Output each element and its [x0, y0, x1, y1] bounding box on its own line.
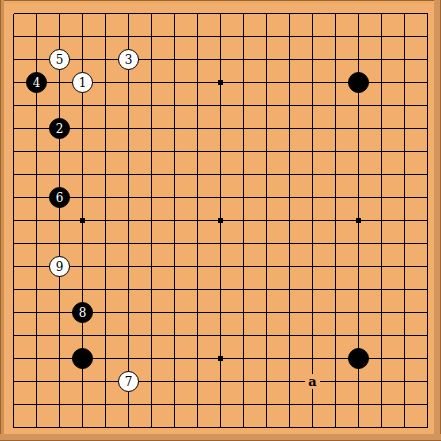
intersection[interactable]	[232, 416, 255, 439]
intersection[interactable]	[71, 117, 94, 140]
intersection[interactable]	[370, 393, 393, 416]
intersection[interactable]	[117, 186, 140, 209]
intersection[interactable]	[186, 347, 209, 370]
intersection[interactable]	[301, 232, 324, 255]
intersection[interactable]	[186, 48, 209, 71]
intersection[interactable]	[347, 94, 370, 117]
intersection[interactable]	[255, 71, 278, 94]
intersection[interactable]	[94, 209, 117, 232]
intersection[interactable]	[255, 324, 278, 347]
intersection[interactable]	[232, 347, 255, 370]
intersection[interactable]	[278, 140, 301, 163]
intersection[interactable]	[324, 255, 347, 278]
intersection[interactable]	[301, 2, 324, 25]
intersection[interactable]	[255, 94, 278, 117]
intersection[interactable]	[255, 186, 278, 209]
intersection[interactable]	[140, 416, 163, 439]
intersection[interactable]	[117, 2, 140, 25]
intersection[interactable]	[25, 393, 48, 416]
intersection[interactable]	[25, 209, 48, 232]
intersection[interactable]	[2, 94, 25, 117]
intersection[interactable]	[117, 255, 140, 278]
intersection[interactable]	[416, 48, 439, 71]
intersection[interactable]	[370, 25, 393, 48]
intersection[interactable]	[140, 370, 163, 393]
intersection[interactable]	[416, 370, 439, 393]
intersection[interactable]	[209, 163, 232, 186]
intersection[interactable]	[324, 163, 347, 186]
intersection[interactable]	[2, 301, 25, 324]
intersection[interactable]	[324, 393, 347, 416]
intersection[interactable]	[117, 278, 140, 301]
intersection[interactable]	[370, 48, 393, 71]
intersection[interactable]	[71, 94, 94, 117]
intersection[interactable]	[94, 117, 117, 140]
intersection[interactable]	[25, 347, 48, 370]
intersection[interactable]	[2, 232, 25, 255]
intersection[interactable]	[71, 255, 94, 278]
intersection[interactable]	[324, 25, 347, 48]
intersection[interactable]	[278, 416, 301, 439]
intersection[interactable]	[140, 301, 163, 324]
intersection[interactable]	[416, 2, 439, 25]
intersection[interactable]	[186, 209, 209, 232]
intersection[interactable]	[48, 232, 71, 255]
intersection[interactable]	[186, 2, 209, 25]
intersection[interactable]	[140, 186, 163, 209]
intersection[interactable]	[209, 255, 232, 278]
intersection[interactable]	[25, 255, 48, 278]
intersection[interactable]	[163, 255, 186, 278]
intersection[interactable]	[25, 301, 48, 324]
intersection[interactable]	[25, 163, 48, 186]
intersection[interactable]	[255, 255, 278, 278]
intersection[interactable]	[255, 416, 278, 439]
intersection[interactable]	[2, 278, 25, 301]
intersection[interactable]	[393, 301, 416, 324]
intersection[interactable]	[232, 25, 255, 48]
intersection[interactable]	[255, 25, 278, 48]
intersection[interactable]	[347, 324, 370, 347]
intersection[interactable]	[163, 301, 186, 324]
intersection[interactable]	[301, 416, 324, 439]
intersection[interactable]	[393, 2, 416, 25]
intersection[interactable]	[393, 324, 416, 347]
intersection[interactable]	[393, 163, 416, 186]
intersection[interactable]	[232, 393, 255, 416]
intersection[interactable]	[370, 324, 393, 347]
intersection[interactable]	[209, 324, 232, 347]
intersection[interactable]	[94, 163, 117, 186]
intersection[interactable]	[232, 278, 255, 301]
intersection[interactable]	[416, 278, 439, 301]
intersection[interactable]	[2, 25, 25, 48]
intersection[interactable]	[347, 25, 370, 48]
intersection[interactable]	[48, 370, 71, 393]
intersection[interactable]	[278, 370, 301, 393]
intersection[interactable]	[278, 324, 301, 347]
intersection[interactable]	[255, 48, 278, 71]
intersection[interactable]	[186, 94, 209, 117]
intersection[interactable]	[94, 416, 117, 439]
intersection[interactable]	[163, 2, 186, 25]
intersection[interactable]	[278, 301, 301, 324]
intersection[interactable]	[278, 25, 301, 48]
intersection[interactable]	[186, 71, 209, 94]
intersection[interactable]	[301, 94, 324, 117]
intersection[interactable]	[255, 347, 278, 370]
intersection[interactable]	[2, 347, 25, 370]
intersection[interactable]	[416, 140, 439, 163]
intersection[interactable]	[186, 232, 209, 255]
intersection[interactable]	[71, 278, 94, 301]
intersection[interactable]	[370, 255, 393, 278]
intersection[interactable]	[2, 48, 25, 71]
intersection[interactable]	[232, 71, 255, 94]
intersection[interactable]	[71, 25, 94, 48]
intersection[interactable]	[278, 393, 301, 416]
intersection[interactable]	[48, 163, 71, 186]
intersection[interactable]	[140, 117, 163, 140]
intersection[interactable]	[370, 140, 393, 163]
intersection[interactable]	[71, 140, 94, 163]
intersection[interactable]	[71, 370, 94, 393]
intersection[interactable]	[255, 163, 278, 186]
intersection[interactable]	[2, 416, 25, 439]
intersection[interactable]	[324, 347, 347, 370]
intersection[interactable]	[255, 209, 278, 232]
intersection[interactable]	[25, 186, 48, 209]
intersection[interactable]	[71, 393, 94, 416]
intersection[interactable]	[71, 232, 94, 255]
intersection[interactable]	[94, 25, 117, 48]
intersection[interactable]	[393, 94, 416, 117]
intersection[interactable]	[416, 117, 439, 140]
intersection[interactable]	[255, 278, 278, 301]
intersection[interactable]	[416, 163, 439, 186]
intersection[interactable]	[94, 94, 117, 117]
intersection[interactable]	[278, 186, 301, 209]
intersection[interactable]	[232, 301, 255, 324]
intersection[interactable]	[117, 347, 140, 370]
intersection[interactable]	[209, 232, 232, 255]
intersection[interactable]	[324, 416, 347, 439]
intersection[interactable]	[324, 301, 347, 324]
intersection[interactable]	[2, 393, 25, 416]
intersection[interactable]	[393, 278, 416, 301]
intersection[interactable]	[117, 94, 140, 117]
intersection[interactable]	[370, 186, 393, 209]
intersection[interactable]	[94, 232, 117, 255]
intersection[interactable]	[94, 140, 117, 163]
intersection[interactable]	[71, 2, 94, 25]
intersection[interactable]	[393, 48, 416, 71]
intersection[interactable]	[209, 416, 232, 439]
intersection[interactable]	[278, 163, 301, 186]
intersection[interactable]	[48, 347, 71, 370]
intersection[interactable]	[301, 393, 324, 416]
intersection[interactable]	[393, 71, 416, 94]
intersection[interactable]	[347, 232, 370, 255]
intersection[interactable]	[370, 163, 393, 186]
intersection[interactable]	[48, 25, 71, 48]
intersection[interactable]	[163, 347, 186, 370]
intersection[interactable]	[370, 71, 393, 94]
intersection[interactable]	[255, 232, 278, 255]
intersection[interactable]	[416, 393, 439, 416]
intersection[interactable]	[25, 324, 48, 347]
intersection[interactable]	[393, 416, 416, 439]
intersection[interactable]	[94, 2, 117, 25]
intersection[interactable]	[25, 370, 48, 393]
intersection[interactable]	[163, 416, 186, 439]
intersection[interactable]	[140, 347, 163, 370]
intersection[interactable]	[71, 186, 94, 209]
intersection[interactable]	[232, 209, 255, 232]
intersection[interactable]	[416, 71, 439, 94]
intersection[interactable]	[25, 48, 48, 71]
intersection[interactable]	[186, 393, 209, 416]
intersection[interactable]	[301, 278, 324, 301]
intersection[interactable]	[140, 324, 163, 347]
intersection[interactable]	[370, 347, 393, 370]
intersection[interactable]	[209, 278, 232, 301]
intersection[interactable]	[347, 48, 370, 71]
intersection[interactable]	[209, 370, 232, 393]
intersection[interactable]	[186, 416, 209, 439]
intersection[interactable]	[25, 94, 48, 117]
intersection[interactable]	[347, 301, 370, 324]
intersection[interactable]	[71, 48, 94, 71]
intersection[interactable]	[25, 117, 48, 140]
intersection[interactable]	[94, 370, 117, 393]
intersection[interactable]	[347, 140, 370, 163]
intersection[interactable]	[278, 2, 301, 25]
intersection[interactable]	[186, 163, 209, 186]
intersection[interactable]	[232, 324, 255, 347]
intersection[interactable]	[48, 278, 71, 301]
intersection[interactable]	[140, 278, 163, 301]
intersection[interactable]	[2, 370, 25, 393]
intersection[interactable]	[25, 232, 48, 255]
intersection[interactable]	[209, 393, 232, 416]
intersection[interactable]	[140, 25, 163, 48]
intersection[interactable]	[186, 186, 209, 209]
intersection[interactable]	[48, 301, 71, 324]
intersection[interactable]	[370, 117, 393, 140]
intersection[interactable]	[117, 140, 140, 163]
intersection[interactable]	[186, 301, 209, 324]
intersection[interactable]	[163, 278, 186, 301]
intersection[interactable]	[94, 278, 117, 301]
intersection[interactable]	[232, 255, 255, 278]
intersection[interactable]	[301, 71, 324, 94]
intersection[interactable]	[2, 324, 25, 347]
intersection[interactable]	[94, 48, 117, 71]
intersection[interactable]	[347, 163, 370, 186]
intersection[interactable]	[301, 255, 324, 278]
intersection[interactable]	[370, 370, 393, 393]
intersection[interactable]	[71, 324, 94, 347]
intersection[interactable]	[117, 232, 140, 255]
intersection[interactable]	[278, 255, 301, 278]
intersection[interactable]	[163, 186, 186, 209]
intersection[interactable]	[163, 232, 186, 255]
intersection[interactable]	[370, 278, 393, 301]
intersection[interactable]	[416, 347, 439, 370]
intersection[interactable]	[255, 301, 278, 324]
intersection[interactable]	[347, 186, 370, 209]
intersection[interactable]	[117, 324, 140, 347]
intersection[interactable]	[94, 255, 117, 278]
intersection[interactable]	[232, 186, 255, 209]
intersection[interactable]	[25, 278, 48, 301]
intersection[interactable]	[278, 94, 301, 117]
intersection[interactable]	[347, 255, 370, 278]
intersection[interactable]	[393, 117, 416, 140]
intersection[interactable]	[117, 393, 140, 416]
intersection[interactable]	[370, 416, 393, 439]
intersection[interactable]	[94, 186, 117, 209]
intersection[interactable]	[347, 393, 370, 416]
intersection[interactable]	[209, 2, 232, 25]
intersection[interactable]	[163, 25, 186, 48]
intersection[interactable]	[393, 255, 416, 278]
intersection[interactable]	[2, 71, 25, 94]
intersection[interactable]	[416, 25, 439, 48]
intersection[interactable]	[324, 209, 347, 232]
intersection[interactable]	[48, 140, 71, 163]
intersection[interactable]	[301, 186, 324, 209]
intersection[interactable]	[416, 186, 439, 209]
intersection[interactable]	[416, 301, 439, 324]
intersection[interactable]	[278, 48, 301, 71]
intersection[interactable]	[255, 117, 278, 140]
intersection[interactable]	[232, 48, 255, 71]
intersection[interactable]	[301, 209, 324, 232]
intersection[interactable]	[278, 347, 301, 370]
intersection[interactable]	[2, 209, 25, 232]
intersection[interactable]	[278, 232, 301, 255]
intersection[interactable]	[117, 117, 140, 140]
intersection[interactable]	[140, 232, 163, 255]
intersection[interactable]	[278, 117, 301, 140]
intersection[interactable]	[232, 163, 255, 186]
intersection[interactable]	[94, 301, 117, 324]
intersection[interactable]	[117, 163, 140, 186]
intersection[interactable]	[301, 301, 324, 324]
intersection[interactable]	[232, 140, 255, 163]
intersection[interactable]	[48, 209, 71, 232]
intersection[interactable]	[393, 186, 416, 209]
intersection[interactable]	[163, 324, 186, 347]
intersection[interactable]	[48, 94, 71, 117]
intersection[interactable]	[324, 186, 347, 209]
intersection[interactable]	[301, 140, 324, 163]
intersection[interactable]	[416, 94, 439, 117]
intersection[interactable]	[25, 140, 48, 163]
intersection[interactable]	[25, 416, 48, 439]
intersection[interactable]	[324, 370, 347, 393]
intersection[interactable]	[140, 71, 163, 94]
intersection[interactable]	[140, 48, 163, 71]
intersection[interactable]	[94, 393, 117, 416]
intersection[interactable]	[25, 2, 48, 25]
intersection[interactable]	[186, 255, 209, 278]
intersection[interactable]	[25, 25, 48, 48]
intersection[interactable]	[393, 370, 416, 393]
intersection[interactable]	[71, 163, 94, 186]
intersection[interactable]	[140, 163, 163, 186]
intersection[interactable]	[232, 94, 255, 117]
intersection[interactable]	[48, 2, 71, 25]
intersection[interactable]	[48, 324, 71, 347]
intersection[interactable]	[393, 140, 416, 163]
intersection[interactable]	[2, 186, 25, 209]
intersection[interactable]	[278, 209, 301, 232]
intersection[interactable]	[163, 48, 186, 71]
intersection[interactable]	[94, 71, 117, 94]
intersection[interactable]	[163, 209, 186, 232]
intersection[interactable]	[393, 209, 416, 232]
intersection[interactable]	[140, 255, 163, 278]
intersection[interactable]	[140, 2, 163, 25]
intersection[interactable]	[117, 71, 140, 94]
intersection[interactable]	[186, 370, 209, 393]
intersection[interactable]	[324, 278, 347, 301]
intersection[interactable]	[163, 393, 186, 416]
intersection[interactable]	[140, 140, 163, 163]
intersection[interactable]	[324, 2, 347, 25]
intersection[interactable]	[163, 94, 186, 117]
intersection[interactable]	[209, 48, 232, 71]
intersection[interactable]	[117, 209, 140, 232]
intersection[interactable]	[2, 117, 25, 140]
intersection[interactable]	[163, 117, 186, 140]
intersection[interactable]	[117, 301, 140, 324]
intersection[interactable]	[347, 370, 370, 393]
intersection[interactable]	[186, 117, 209, 140]
intersection[interactable]	[347, 2, 370, 25]
intersection[interactable]	[2, 2, 25, 25]
intersection[interactable]	[301, 324, 324, 347]
intersection[interactable]	[324, 71, 347, 94]
intersection[interactable]	[416, 255, 439, 278]
intersection[interactable]	[393, 347, 416, 370]
intersection[interactable]	[370, 94, 393, 117]
intersection[interactable]	[232, 232, 255, 255]
intersection[interactable]	[94, 324, 117, 347]
intersection[interactable]	[186, 278, 209, 301]
intersection[interactable]	[301, 25, 324, 48]
intersection[interactable]	[301, 117, 324, 140]
intersection[interactable]	[140, 393, 163, 416]
intersection[interactable]	[301, 347, 324, 370]
intersection[interactable]	[416, 209, 439, 232]
intersection[interactable]	[278, 278, 301, 301]
intersection[interactable]	[163, 370, 186, 393]
intersection[interactable]	[209, 186, 232, 209]
intersection[interactable]	[163, 71, 186, 94]
intersection[interactable]	[324, 140, 347, 163]
intersection[interactable]	[255, 2, 278, 25]
intersection[interactable]	[209, 25, 232, 48]
intersection[interactable]	[48, 71, 71, 94]
intersection[interactable]	[324, 94, 347, 117]
intersection[interactable]	[163, 163, 186, 186]
intersection[interactable]	[117, 416, 140, 439]
intersection[interactable]	[347, 117, 370, 140]
